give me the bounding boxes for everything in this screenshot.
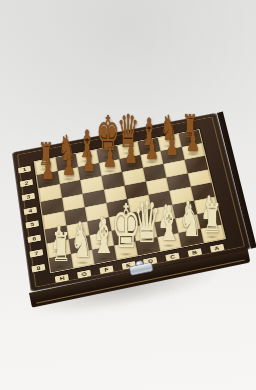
square-h8 xyxy=(49,254,73,273)
rank-label-8: 8 xyxy=(31,264,45,273)
rank-label-5: 5 xyxy=(25,220,39,228)
file-label-a: A xyxy=(209,244,224,253)
rank-label-6: 6 xyxy=(27,235,41,243)
rank-label-1: 1 xyxy=(18,166,31,174)
file-label-c: C xyxy=(165,252,180,261)
square-c8 xyxy=(157,233,182,252)
square-d8 xyxy=(135,237,160,256)
file-label-g: G xyxy=(77,269,91,278)
square-e8 xyxy=(114,241,138,260)
square-f8 xyxy=(92,245,116,264)
rank-label-4: 4 xyxy=(24,207,38,215)
rank-label-2: 2 xyxy=(20,179,33,187)
file-label-h: H xyxy=(55,274,69,283)
photo-stage: 12345678 HGFEDCBA ♜♞♝♚♛♝♞♜♟♟♟♟♟♟♟♟♟♟♟♟♟♟… xyxy=(0,0,256,390)
square-g8 xyxy=(70,249,94,268)
file-label-b: B xyxy=(187,248,202,257)
square-b8 xyxy=(178,228,203,247)
file-label-f: F xyxy=(99,265,113,274)
rank-label-3: 3 xyxy=(22,193,35,201)
square-a8 xyxy=(200,224,225,243)
rank-label-7: 7 xyxy=(29,249,43,258)
